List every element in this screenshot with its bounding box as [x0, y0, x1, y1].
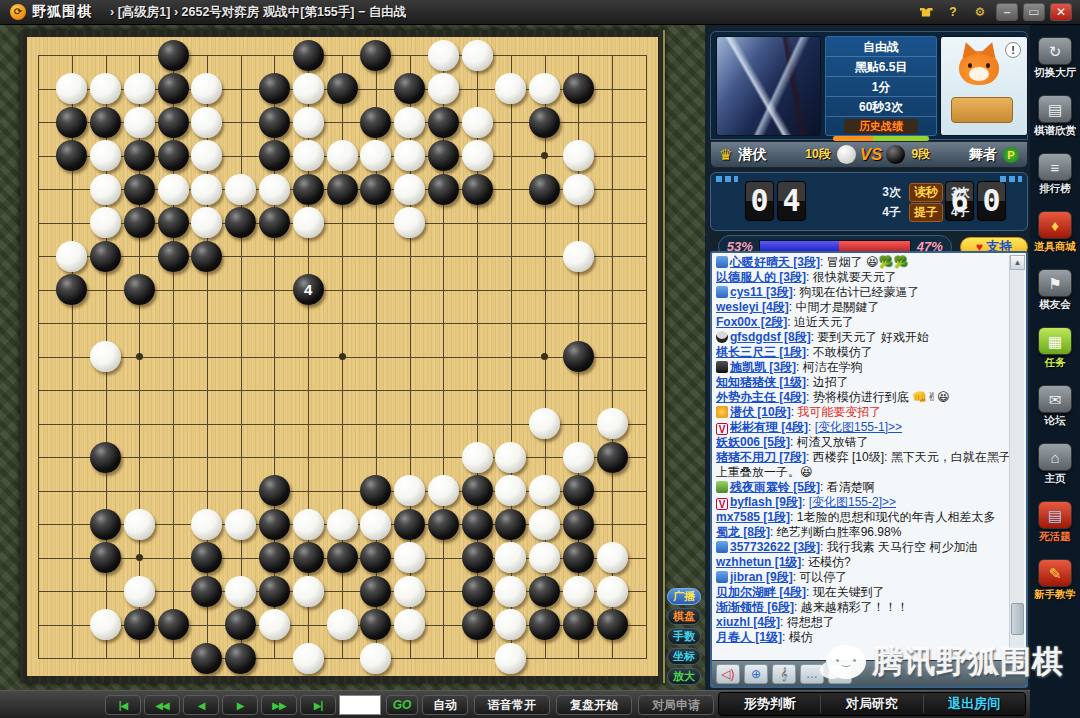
- star-point: [136, 353, 143, 360]
- chat-user-icon: [716, 361, 728, 373]
- sidebar-item-problems[interactable]: ▤死活题: [1030, 501, 1080, 542]
- stone-black: [327, 174, 358, 205]
- stone-black: [462, 542, 493, 573]
- stone-black: [360, 174, 391, 205]
- stone-white: [225, 576, 256, 607]
- stone-white: [293, 576, 324, 607]
- chat-message: wesleyi [4段]: 中間才是關鍵了: [716, 300, 1012, 315]
- right-player-name[interactable]: 舞者: [969, 146, 997, 164]
- stone-white: [191, 207, 222, 238]
- help-icon[interactable]: ?: [942, 3, 964, 21]
- sidebar-item-lobby[interactable]: ↻切换大厅: [1030, 37, 1080, 78]
- maximize-button[interactable]: ▭: [1023, 3, 1045, 21]
- chat-username-link[interactable]: 357732622 [3段]: [730, 540, 820, 554]
- stone-black: [428, 140, 459, 171]
- stone-black: [225, 609, 256, 640]
- stone-black: [293, 40, 324, 71]
- stone-white: [597, 576, 628, 607]
- stone-black: [225, 643, 256, 674]
- stone-white: [462, 107, 493, 138]
- minimize-button[interactable]: –: [996, 3, 1018, 21]
- chat-message-text: 看清楚啊: [827, 480, 875, 494]
- stone-white: [563, 442, 594, 473]
- vs-bar: ♛ 潜伏 10段 VS 9段 舞者 P: [710, 141, 1028, 168]
- stone-black: [158, 73, 189, 104]
- board-option-棋盘[interactable]: 棋盘: [667, 608, 701, 625]
- move-number-label: 4: [293, 274, 324, 305]
- scroll-up-icon[interactable]: ▲: [1010, 255, 1025, 270]
- review-button[interactable]: 复盘开始: [556, 695, 632, 715]
- stone-black: [124, 207, 155, 238]
- chat-username-link[interactable]: 知知猪猪侠 [1级]: [716, 375, 806, 389]
- stone-white: [563, 241, 594, 272]
- chat-scrollbar[interactable]: ▲ ▼: [1009, 255, 1024, 662]
- stone-black: [259, 207, 290, 238]
- stone-white: [293, 73, 324, 104]
- club-icon: ⚑: [1038, 269, 1072, 297]
- stone-white: [597, 408, 628, 439]
- premium-badge: P: [1003, 147, 1019, 163]
- chat-username-link[interactable]: 贝加尔湖畔 [4段]: [716, 585, 806, 599]
- stone-black: [394, 73, 425, 104]
- stone-black: [428, 174, 459, 205]
- player-info-panel: 自由战 黑贴6.5目 1分 60秒3次 历史战绩 !: [710, 31, 1028, 140]
- stone-white: [191, 174, 222, 205]
- left-player-avatar: [716, 36, 821, 136]
- left-byoyomi-count: 3次: [882, 184, 901, 201]
- chat-message: xiuzhl [4段]: 得想想了: [716, 615, 1012, 630]
- stone-black: [495, 509, 526, 540]
- right-player-rank: 9段: [911, 146, 930, 163]
- stone-black: [394, 509, 425, 540]
- playback-|◀[interactable]: |◀: [105, 695, 141, 715]
- stone-black: [124, 174, 155, 205]
- chat-username-link[interactable]: mx7585 [1段]: [716, 510, 790, 524]
- stone-black: [563, 73, 594, 104]
- vs-label: VS: [860, 145, 883, 165]
- chat-message: 渐渐领悟 [6段]: 越来越精彩了！！！: [716, 600, 1012, 615]
- scrollbar-thumb[interactable]: [1011, 603, 1024, 635]
- exclamation-bubble-icon: !: [1005, 42, 1021, 58]
- stone-white: [529, 475, 560, 506]
- clock-panel: 0 4 6 0 3次 读秒 3次 4子 提子 4子: [710, 172, 1028, 231]
- stone-white: [495, 609, 526, 640]
- chat-message-text: 1老脸的思想和现代的年青人相差太多: [797, 510, 996, 524]
- stone-black: [563, 341, 594, 372]
- sidebar-item-home[interactable]: ⌂主页: [1030, 443, 1080, 484]
- chat-username-link[interactable]: 月春人 [1级]: [716, 630, 782, 644]
- variation-diagram-link[interactable]: [变化图155-1]>>: [815, 420, 902, 434]
- shop-icon: ♦: [1038, 211, 1072, 239]
- game-mode: 自由战: [826, 37, 936, 57]
- sidebar-item-label: 主页: [1030, 472, 1080, 484]
- chat-username-link[interactable]: 心暖好晴天 [3段]: [730, 255, 820, 269]
- stone-white: [360, 140, 391, 171]
- stone-black: [90, 509, 121, 540]
- board-option-手数[interactable]: 手数: [667, 628, 701, 645]
- chat-message: Fox00x [2段]: 迫近天元了: [716, 315, 1012, 330]
- chat-message: 心暖好晴天 [3段]: 冒烟了 😆🥦🥦: [716, 255, 1012, 270]
- left-clock-digit-1: 0: [745, 181, 774, 221]
- stone-black: [360, 576, 391, 607]
- chat-user-icon: [716, 481, 728, 493]
- exit-room-button[interactable]: 退出房间: [924, 695, 1025, 713]
- board-option-坐标[interactable]: 坐标: [667, 648, 701, 665]
- chat-username-link[interactable]: gfsdgdsf [8段]: [730, 330, 811, 344]
- chat-message-text: 模仿: [789, 630, 813, 644]
- board-option-buttons: 广播棋盘手数坐标放大: [667, 588, 701, 685]
- kifu-icon: ▤: [1038, 95, 1072, 123]
- chat-user-icon: [716, 406, 728, 418]
- chat-message: 贝加尔湖畔 [4段]: 现在关键到了: [716, 585, 1012, 600]
- stone-white: [462, 442, 493, 473]
- tasks-icon: ▦: [1038, 327, 1072, 355]
- stone-black: [563, 475, 594, 506]
- playback-◀[interactable]: ◀: [183, 695, 219, 715]
- globe-icon[interactable]: ⊕: [744, 664, 768, 684]
- stone-white: [394, 609, 425, 640]
- problems-icon: ▤: [1038, 501, 1072, 529]
- sidebar-item-tutorial[interactable]: ✎新手教学: [1030, 559, 1080, 600]
- chat-message-text: 势将模仿进行到底 👊✌😆: [813, 390, 950, 404]
- stone-black: [360, 107, 391, 138]
- stone-white: [394, 174, 425, 205]
- left-clock-digit-2: 4: [777, 181, 806, 221]
- stone-black: [158, 609, 189, 640]
- bubble-icon[interactable]: …: [800, 664, 824, 684]
- stone-black: [191, 241, 222, 272]
- stone-white: [495, 576, 526, 607]
- stone-white: [191, 73, 222, 104]
- sidebar-item-club[interactable]: ⚑棋友会: [1030, 269, 1080, 310]
- stone-black: [56, 107, 87, 138]
- chat-username-link[interactable]: 蜀龙 [8段]: [716, 525, 770, 539]
- move-number-input[interactable]: [339, 695, 381, 715]
- stone-black: [158, 207, 189, 238]
- sidebar-item-label: 排行榜: [1030, 182, 1080, 194]
- chat-message: 外势办主任 [4段]: 势将模仿进行到底 👊✌😆: [716, 390, 1012, 405]
- sidebar-item-kifu[interactable]: ▤棋谱欣赏: [1030, 95, 1080, 136]
- stone-black: [462, 609, 493, 640]
- sidebar-item-label: 棋谱欣赏: [1030, 124, 1080, 136]
- chat-username-link[interactable]: 以德服人的 [3段]: [716, 270, 806, 284]
- stone-white: [360, 509, 391, 540]
- right-player-avatar: !: [940, 36, 1028, 136]
- settings-gear-icon[interactable]: ⚙: [969, 3, 991, 21]
- komi: 黑贴6.5目: [826, 57, 936, 77]
- chat-message: 知知猪猪侠 [1级]: 边招了: [716, 375, 1012, 390]
- chat-message-text: 中間才是關鍵了: [795, 300, 879, 314]
- stone-black: [191, 542, 222, 573]
- stone-black: [124, 274, 155, 305]
- stone-black: [259, 509, 290, 540]
- board-option-放大[interactable]: 放大: [667, 668, 701, 685]
- stone-white: [191, 140, 222, 171]
- stone-black: [56, 140, 87, 171]
- stone-black: [360, 609, 391, 640]
- tutorial-icon: ✎: [1038, 559, 1072, 587]
- stone-black: [225, 207, 256, 238]
- variation-diagram-link[interactable]: [变化图155-2]>>: [809, 495, 896, 509]
- stone-white: [293, 509, 324, 540]
- stone-white: [529, 509, 560, 540]
- history-record-button[interactable]: 历史战绩: [844, 119, 918, 134]
- stone-white: [90, 609, 121, 640]
- board-grid[interactable]: 4: [27, 37, 658, 676]
- stone-white: [225, 174, 256, 205]
- chat-message: 妖妖006 [5段]: 柯渣又放错了: [716, 435, 1012, 450]
- chat-message: gfsdgdsf [8段]: 要到天元了 好戏开始: [716, 330, 1012, 345]
- chat-username-link[interactable]: wzhhetun [1级]: [716, 555, 801, 569]
- stone-white: [394, 475, 425, 506]
- app-logo-text: 野狐围棋: [32, 3, 92, 21]
- stone-white: [529, 73, 560, 104]
- chat-message-text: 得想想了: [787, 615, 835, 629]
- playback-▶|[interactable]: ▶|: [300, 695, 336, 715]
- chat-message-text: 要到天元了 好戏开始: [817, 330, 928, 344]
- sidebar-item-label: 新手教学: [1030, 588, 1080, 600]
- auto-button[interactable]: 自动: [422, 695, 468, 715]
- go-board[interactable]: 4: [20, 30, 665, 683]
- stone-white: [90, 140, 121, 171]
- stone-white: [462, 40, 493, 71]
- stone-white: [327, 140, 358, 171]
- stone-black: [90, 107, 121, 138]
- star-point: [339, 353, 346, 360]
- voice-button[interactable]: 语音常开: [474, 695, 550, 715]
- stone-black: [597, 609, 628, 640]
- chat-username-link[interactable]: 棋长三尺三 [1段]: [716, 345, 806, 359]
- chat-message-list: 心暖好晴天 [3段]: 冒烟了 😆🥦🥦以德服人的 [3段]: 很快就要天元了cy…: [716, 255, 1012, 663]
- chat-username-link[interactable]: 施凯凯 [3段]: [730, 360, 796, 374]
- stone-white: [360, 643, 391, 674]
- chat-username-link[interactable]: 渐渐领悟 [6段]: [716, 600, 794, 614]
- chat-message: 357732622 [3段]: 我行我素 天马行空 柯少加油: [716, 540, 1012, 555]
- close-button[interactable]: ✕: [1050, 3, 1072, 21]
- chat-message-text: 柯渣又放错了: [797, 435, 869, 449]
- chat-username-link[interactable]: 潜伏 [10段]: [730, 405, 791, 419]
- chat-user-icon: [716, 331, 728, 343]
- chat-username-link[interactable]: 彬彬有理 [4段]: [730, 420, 808, 434]
- stone-white: [462, 140, 493, 171]
- stone-black: [327, 542, 358, 573]
- right-captures: 4子: [951, 204, 970, 221]
- chat-username-link[interactable]: jibran [9段]: [730, 570, 793, 584]
- stone-black: [360, 40, 391, 71]
- stone-white: [495, 475, 526, 506]
- chat-username-link[interactable]: Fox00x [2段]: [716, 315, 787, 329]
- board-option-广播[interactable]: 广播: [667, 588, 701, 605]
- stone-white: [394, 140, 425, 171]
- playback-▶[interactable]: ▶: [222, 695, 258, 715]
- stone-black: [529, 107, 560, 138]
- chat-message-text: 绝艺判断白胜率96.98%: [777, 525, 902, 539]
- sidebar-item-shop[interactable]: ♦道具商城: [1030, 211, 1080, 252]
- stone-black: [259, 107, 290, 138]
- chat-username-link[interactable]: cys11 [3段]: [730, 285, 793, 299]
- stone-white: [259, 609, 290, 640]
- captures-label: 提子: [909, 203, 943, 222]
- request-button[interactable]: 对局申请: [638, 695, 714, 715]
- chat-message: 施凯凯 [3段]: 柯洁在学狗: [716, 360, 1012, 375]
- home-icon: ⌂: [1038, 443, 1072, 471]
- chat-message: jibran [9段]: 可以停了: [716, 570, 1012, 585]
- sidebar-item-ranking[interactable]: ≡排行榜: [1030, 153, 1080, 194]
- star-point: [541, 152, 548, 159]
- stone-black: [90, 542, 121, 573]
- chat-message: wzhhetun [1级]: 还模仿?: [716, 555, 1012, 570]
- byoyomi-label: 读秒: [909, 183, 943, 202]
- sidebar-item-tasks[interactable]: ▦任务: [1030, 327, 1080, 368]
- chat-toolbar: ◁) ⊕ 𝄞 … ☺: [712, 660, 1026, 686]
- stone-black: [360, 542, 391, 573]
- stone-white: [124, 576, 155, 607]
- chat-user-icon: [716, 286, 728, 298]
- chat-username-link[interactable]: 妖妖006 [5段]: [716, 435, 790, 449]
- stone-white: [394, 576, 425, 607]
- chat-message-text: 我行我素 天马行空 柯少加油: [827, 540, 978, 554]
- sidebar-item-label: 死活题: [1030, 530, 1080, 542]
- stone-white: [529, 408, 560, 439]
- judge-position-button[interactable]: 形势判断: [719, 695, 821, 713]
- stone-white: [327, 509, 358, 540]
- room-controls: 形势判断 对局研究 退出房间: [718, 692, 1026, 716]
- chat-message-text: 还模仿?: [808, 555, 851, 569]
- chat-message-text: 柯洁在学狗: [803, 360, 863, 374]
- chat-user-icon: [716, 423, 728, 435]
- stone-black: [259, 140, 290, 171]
- sound-icon[interactable]: ◁): [716, 664, 740, 684]
- stone-white: [90, 174, 121, 205]
- chat-username-link[interactable]: wesleyi [4段]: [716, 300, 789, 314]
- chat-message-text: 不敢模仿了: [813, 345, 873, 359]
- chat-username-link[interactable]: 外势办主任 [4段]: [716, 390, 806, 404]
- chat-message: 月春人 [1级]: 模仿: [716, 630, 1012, 645]
- stone-black: [158, 140, 189, 171]
- sidebar-item-label: 论坛: [1030, 414, 1080, 426]
- game-research-button[interactable]: 对局研究: [821, 695, 923, 713]
- stone-black: [90, 241, 121, 272]
- stone-black: [90, 442, 121, 473]
- chat-user-icon: [716, 498, 728, 510]
- stone-black: [462, 174, 493, 205]
- sidebar-item-label: 任务: [1030, 356, 1080, 368]
- stone-black: [428, 509, 459, 540]
- right-byoyomi-count: 3次: [951, 184, 970, 201]
- chat-message: mx7585 [1段]: 1老脸的思想和现代的年青人相差太多: [716, 510, 1012, 525]
- main-time: 1分: [826, 77, 936, 97]
- playback-▶▶[interactable]: ▶▶: [261, 695, 297, 715]
- chat-username-link[interactable]: byflash [9段]: [730, 495, 802, 509]
- fox-go-client: ⟳ 野狐围棋 › [高级房1] › 2652号对弈房 观战中[第155手] − …: [0, 0, 1080, 718]
- stone-white: [293, 643, 324, 674]
- white-stone-icon: [837, 145, 856, 164]
- breadcrumb: › [高级房1] › 2652号对弈房 观战中[第155手] − 自由战: [110, 4, 406, 21]
- stone-white: [90, 341, 121, 372]
- chat-message: 蜀龙 [8段]: 绝艺判断白胜率96.98%: [716, 525, 1012, 540]
- stone-black: [327, 73, 358, 104]
- chat-message-text: 狗现在估计已经蒙逼了: [799, 285, 919, 299]
- stone-black: [462, 475, 493, 506]
- stone-black: [360, 475, 391, 506]
- grid-line: [38, 390, 647, 391]
- stone-white: [394, 107, 425, 138]
- stone-white: [327, 609, 358, 640]
- game-info-column: 自由战 黑贴6.5目 1分 60秒3次 历史战绩: [825, 36, 937, 136]
- go-button[interactable]: GO: [386, 695, 418, 715]
- stone-black: [529, 174, 560, 205]
- playback-◀◀[interactable]: ◀◀: [144, 695, 180, 715]
- stone-white: [394, 542, 425, 573]
- smiley-icon[interactable]: ☺: [828, 664, 852, 684]
- stone-white: [293, 207, 324, 238]
- grid-line: [646, 55, 647, 659]
- stone-white: [495, 73, 526, 104]
- chat-panel: 心暖好晴天 [3段]: 冒烟了 😆🥦🥦以德服人的 [3段]: 很快就要天元了cy…: [710, 251, 1028, 688]
- stone-white: [56, 241, 87, 272]
- app-logo-icon: ⟳: [10, 4, 26, 20]
- chat-username-link[interactable]: 残夜雨霖铃 [5段]: [730, 480, 820, 494]
- bottom-toolbar: |◀◀◀◀▶▶▶▶| GO 自动 语音常开 复盘开始 对局申请 形势判断 对局研…: [0, 690, 1030, 718]
- stone-black: [597, 442, 628, 473]
- stone-white: [56, 73, 87, 104]
- grid-line: [38, 457, 647, 458]
- chat-message-text: 冒烟了 😆🥦🥦: [827, 255, 909, 269]
- stone-black: [563, 509, 594, 540]
- chat-message: 残夜雨霖铃 [5段]: 看清楚啊: [716, 480, 1012, 495]
- chat-message-text: 越来越精彩了！！！: [801, 600, 909, 614]
- chat-message-text: 很快就要天元了: [813, 270, 897, 284]
- stone-black: [293, 542, 324, 573]
- chat-message: 以德服人的 [3段]: 很快就要天元了: [716, 270, 1012, 285]
- chat-message: 猪猪不用刀 [7段]: 西楼弈 [10级]: 黑下天元，白就在黑子上重叠放一子。…: [716, 450, 1012, 480]
- forum-icon: ✉: [1038, 385, 1072, 413]
- stone-white: [563, 174, 594, 205]
- sidebar-item-label: 棋友会: [1030, 298, 1080, 310]
- chat-username-link[interactable]: 猪猪不用刀 [7段]: [716, 450, 806, 464]
- title-bar: ⟳ 野狐围棋 › [高级房1] › 2652号对弈房 观战中[第155手] − …: [0, 0, 1080, 25]
- stone-black: [191, 643, 222, 674]
- left-player-name[interactable]: 潜伏: [738, 146, 766, 164]
- chat-message: byflash [9段]: [变化图155-2]>>: [716, 495, 1012, 510]
- mic-icon[interactable]: 𝄞: [772, 664, 796, 684]
- sidebar-item-label: 道具商城: [1030, 240, 1080, 252]
- stone-white: [124, 107, 155, 138]
- crown-icon: ♛: [719, 146, 732, 164]
- stone-white: [495, 542, 526, 573]
- stone-black: [56, 274, 87, 305]
- sidebar-item-forum[interactable]: ✉论坛: [1030, 385, 1080, 426]
- stone-black: [563, 609, 594, 640]
- stone-white: [563, 140, 594, 171]
- stone-black: [124, 140, 155, 171]
- stone-white: [428, 73, 459, 104]
- stone-white: [529, 542, 560, 573]
- chat-user-icon: [716, 571, 728, 583]
- chat-message-text: 可以停了: [799, 570, 847, 584]
- stone-black: [428, 107, 459, 138]
- stone-black: [462, 509, 493, 540]
- stone-white: [124, 509, 155, 540]
- skin-icon[interactable]: [915, 3, 937, 21]
- stone-black: [259, 542, 290, 573]
- stone-black: 4: [293, 274, 324, 305]
- chat-user-icon: [716, 541, 728, 553]
- chat-username-link[interactable]: xiuzhl [4段]: [716, 615, 780, 629]
- stone-white: [90, 73, 121, 104]
- stone-white: [191, 107, 222, 138]
- stone-white: [259, 174, 290, 205]
